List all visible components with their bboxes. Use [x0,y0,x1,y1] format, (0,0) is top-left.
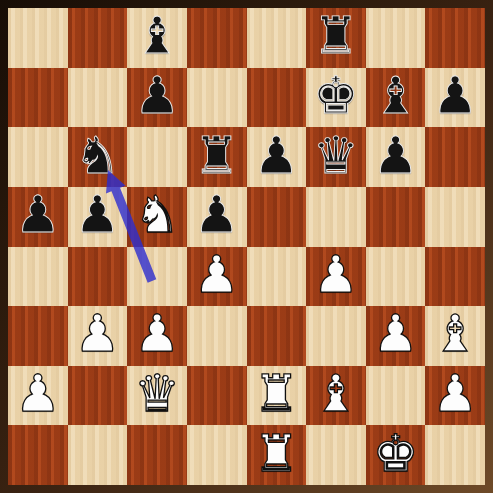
white-bishop-f2[interactable]: ♝ [313,368,359,419]
black-pawn-g6[interactable]: ♟ [373,130,419,181]
square-h7[interactable]: ♟ [425,68,485,128]
square-e4[interactable] [247,247,307,307]
white-pawn-f4[interactable]: ♟ [313,249,359,300]
square-e8[interactable] [247,8,307,68]
square-c7[interactable]: ♟ [127,68,187,128]
black-bishop-g7[interactable]: ♝ [373,70,419,121]
square-f2[interactable]: ♝ [306,366,366,426]
square-h3[interactable]: ♝ [425,306,485,366]
square-g1[interactable]: ♚ [366,425,426,485]
square-d7[interactable] [187,68,247,128]
black-king-f7[interactable]: ♚ [313,70,359,121]
square-e6[interactable]: ♟ [247,127,307,187]
white-pawn-d4[interactable]: ♟ [194,249,240,300]
black-rook-d6[interactable]: ♜ [194,130,240,181]
white-pawn-a2[interactable]: ♟ [15,368,61,419]
black-queen-f6[interactable]: ♛ [313,130,359,181]
square-e3[interactable] [247,306,307,366]
square-g8[interactable] [366,8,426,68]
square-a3[interactable] [8,306,68,366]
square-b3[interactable]: ♟ [68,306,128,366]
square-d4[interactable]: ♟ [187,247,247,307]
square-g6[interactable]: ♟ [366,127,426,187]
square-h5[interactable] [425,187,485,247]
square-a4[interactable] [8,247,68,307]
black-pawn-b5[interactable]: ♟ [75,189,121,240]
square-g3[interactable]: ♟ [366,306,426,366]
square-b5[interactable]: ♟ [68,187,128,247]
square-b2[interactable] [68,366,128,426]
square-f5[interactable] [306,187,366,247]
square-a6[interactable] [8,127,68,187]
black-pawn-a5[interactable]: ♟ [15,189,61,240]
square-d3[interactable] [187,306,247,366]
square-f1[interactable] [306,425,366,485]
square-c2[interactable]: ♛ [127,366,187,426]
white-pawn-b3[interactable]: ♟ [75,308,121,359]
square-c4[interactable] [127,247,187,307]
square-a5[interactable]: ♟ [8,187,68,247]
square-f3[interactable] [306,306,366,366]
black-pawn-e6[interactable]: ♟ [253,130,299,181]
square-g7[interactable]: ♝ [366,68,426,128]
white-rook-e2[interactable]: ♜ [253,368,299,419]
square-c3[interactable]: ♟ [127,306,187,366]
chess-board: ♝♜♟♚♝♟♞♜♟♛♟♟♟♞♟♟♟♟♟♟♝♟♛♜♝♟♜♚ [8,8,485,485]
square-b8[interactable] [68,8,128,68]
square-e5[interactable] [247,187,307,247]
square-e2[interactable]: ♜ [247,366,307,426]
square-b6[interactable]: ♞ [68,127,128,187]
square-a2[interactable]: ♟ [8,366,68,426]
square-a7[interactable] [8,68,68,128]
square-b4[interactable] [68,247,128,307]
square-c1[interactable] [127,425,187,485]
square-g5[interactable] [366,187,426,247]
square-h1[interactable] [425,425,485,485]
square-c8[interactable]: ♝ [127,8,187,68]
square-h8[interactable] [425,8,485,68]
square-h4[interactable] [425,247,485,307]
square-h2[interactable]: ♟ [425,366,485,426]
square-f7[interactable]: ♚ [306,68,366,128]
square-b1[interactable] [68,425,128,485]
square-d2[interactable] [187,366,247,426]
square-c5[interactable]: ♞ [127,187,187,247]
white-queen-c2[interactable]: ♛ [134,368,180,419]
square-g2[interactable] [366,366,426,426]
square-g4[interactable] [366,247,426,307]
black-pawn-c7[interactable]: ♟ [134,70,180,121]
square-f6[interactable]: ♛ [306,127,366,187]
square-a8[interactable] [8,8,68,68]
black-bishop-c8[interactable]: ♝ [134,10,180,61]
white-pawn-h2[interactable]: ♟ [432,368,478,419]
square-d1[interactable] [187,425,247,485]
square-h6[interactable] [425,127,485,187]
black-pawn-d5[interactable]: ♟ [194,189,240,240]
square-a1[interactable] [8,425,68,485]
square-d6[interactable]: ♜ [187,127,247,187]
white-bishop-h3[interactable]: ♝ [432,308,478,359]
square-e1[interactable]: ♜ [247,425,307,485]
black-rook-f8[interactable]: ♜ [313,10,359,61]
white-pawn-c3[interactable]: ♟ [134,308,180,359]
black-pawn-h7[interactable]: ♟ [432,70,478,121]
square-c6[interactable] [127,127,187,187]
square-d8[interactable] [187,8,247,68]
white-knight-c5[interactable]: ♞ [134,189,180,240]
square-f8[interactable]: ♜ [306,8,366,68]
white-rook-e1[interactable]: ♜ [253,428,299,479]
square-e7[interactable] [247,68,307,128]
square-f4[interactable]: ♟ [306,247,366,307]
board-frame: ♝♜♟♚♝♟♞♜♟♛♟♟♟♞♟♟♟♟♟♟♝♟♛♜♝♟♜♚ [0,0,493,493]
white-pawn-g3[interactable]: ♟ [373,308,419,359]
black-knight-b6[interactable]: ♞ [75,130,121,181]
square-b7[interactable] [68,68,128,128]
square-d5[interactable]: ♟ [187,187,247,247]
white-king-g1[interactable]: ♚ [373,428,419,479]
